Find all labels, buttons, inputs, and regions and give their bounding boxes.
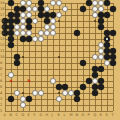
row-label: 16 — [0, 20, 4, 24]
row-label: 19 — [0, 2, 4, 6]
stone-black[interactable] — [80, 6, 86, 12]
row-label: 7 — [0, 74, 2, 78]
stone-black[interactable] — [26, 96, 32, 102]
stone-black[interactable] — [98, 24, 104, 30]
row-label: 1 — [0, 110, 2, 114]
go-app-window: abABCDEFGHJKLMNOPQRST1918171615141312111… — [0, 0, 120, 120]
stone-black[interactable] — [74, 30, 80, 36]
stone-black[interactable] — [14, 60, 20, 66]
stone-black[interactable] — [98, 84, 104, 90]
stone-black[interactable] — [80, 84, 86, 90]
row-label: 8 — [0, 68, 2, 72]
stone-black[interactable] — [110, 30, 116, 36]
column-label: H — [46, 114, 49, 118]
stone-black[interactable] — [110, 60, 116, 66]
stone-white[interactable] — [38, 36, 44, 42]
stone-white[interactable] — [38, 90, 44, 96]
row-label: 10 — [0, 56, 4, 60]
row-label: 13 — [0, 38, 4, 42]
column-label: M — [70, 114, 73, 118]
grid-line-vertical — [89, 3, 90, 111]
row-label: 12 — [0, 44, 4, 48]
hoshi-star-point — [58, 56, 60, 58]
grid-line-horizontal — [5, 63, 113, 64]
column-label: E — [28, 114, 30, 118]
hoshi-star-point — [94, 20, 96, 22]
column-label: A — [4, 114, 6, 118]
row-label: 4 — [0, 92, 2, 96]
stone-black[interactable] — [110, 6, 116, 12]
grid-line-vertical — [83, 3, 84, 111]
stone-white[interactable] — [56, 96, 62, 102]
stone-white[interactable] — [20, 102, 26, 108]
stone-white[interactable] — [14, 90, 20, 96]
row-label: 18 — [0, 8, 4, 12]
row-label: 3 — [0, 98, 2, 102]
hoshi-star-point — [58, 20, 60, 22]
row-label: 11 — [0, 50, 4, 54]
column-label: L — [64, 114, 66, 118]
grid-line-horizontal — [5, 111, 113, 112]
stone-white[interactable] — [62, 6, 68, 12]
row-label: 17 — [0, 14, 4, 18]
column-label: R — [100, 114, 102, 118]
stone-black[interactable] — [98, 66, 104, 72]
row-label: 9 — [0, 62, 2, 66]
stone-black[interactable] — [8, 96, 14, 102]
column-label: C — [16, 114, 18, 118]
stone-black[interactable] — [8, 42, 14, 48]
stone-white[interactable] — [50, 30, 56, 36]
stone-black[interactable] — [8, 0, 14, 6]
stone-white[interactable] — [56, 0, 62, 6]
stone-white[interactable] — [32, 18, 38, 24]
column-label: J — [52, 114, 53, 118]
stone-black[interactable] — [92, 90, 98, 96]
column-label: P — [88, 114, 90, 118]
annotation-letter-a: a — [10, 79, 13, 83]
row-label: 2 — [0, 104, 2, 108]
column-label: F — [34, 114, 36, 118]
column-label: S — [106, 114, 108, 118]
stone-white[interactable] — [50, 78, 56, 84]
annotation-letter-b: b — [28, 79, 31, 83]
column-label: O — [82, 114, 85, 118]
row-label: 15 — [0, 26, 4, 30]
stone-black[interactable] — [74, 96, 80, 102]
stone-black[interactable] — [80, 60, 86, 66]
hoshi-star-point — [22, 56, 24, 58]
goban-board[interactable]: abABCDEFGHJKLMNOPQRST1918171615141312111… — [0, 0, 120, 120]
row-label: 6 — [0, 80, 2, 84]
stone-black[interactable] — [104, 0, 110, 6]
column-label: D — [22, 114, 25, 118]
stone-black[interactable] — [104, 12, 110, 18]
column-label: N — [76, 114, 79, 118]
column-label: K — [58, 114, 60, 118]
column-label: Q — [94, 114, 97, 118]
column-label: T — [112, 114, 114, 118]
column-label: G — [40, 114, 43, 118]
row-label: 14 — [0, 32, 4, 36]
hoshi-star-point — [22, 92, 24, 94]
stone-white[interactable] — [56, 12, 62, 18]
row-label: 5 — [0, 86, 2, 90]
last-move-marker — [106, 38, 108, 40]
column-label: B — [10, 114, 12, 118]
hoshi-star-point — [58, 92, 60, 94]
